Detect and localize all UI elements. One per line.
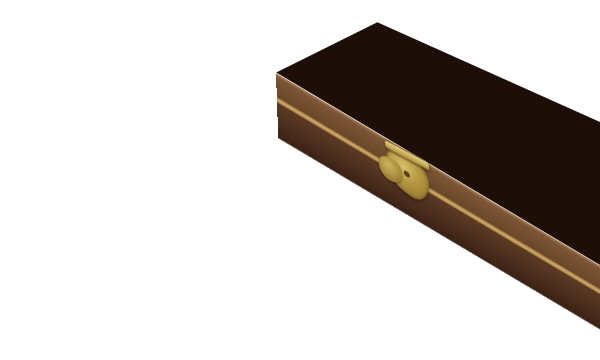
chess-set-photo xyxy=(0,0,600,360)
